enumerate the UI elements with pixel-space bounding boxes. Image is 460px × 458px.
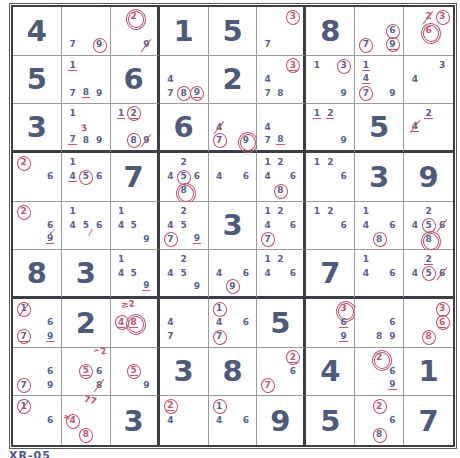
pencil-mark: 2 — [177, 253, 190, 266]
pencil-mark-grid: 478 — [257, 104, 303, 150]
pencil-mark: 2 — [324, 205, 337, 219]
pencil-mark: 4 — [359, 73, 372, 87]
pencil-mark: 7 — [164, 232, 177, 246]
pencil-mark: 5 — [79, 219, 92, 233]
given-digit: 6 — [160, 104, 208, 150]
given-digit: 5 — [355, 104, 403, 150]
pencil-mark: 2 — [422, 107, 436, 120]
cell-r2c7[interactable]: 139 — [306, 56, 355, 105]
pencil-mark: 1 — [66, 205, 79, 219]
cell-r3c6[interactable]: 478 — [257, 104, 306, 153]
pencil-mark: 6 — [287, 170, 300, 184]
pencil-mark: 9 — [190, 280, 203, 293]
cell-r4c7[interactable]: 126 — [306, 153, 355, 202]
given-digit: 7 — [404, 396, 453, 445]
pencil-mark-grid: 24568 — [160, 153, 208, 201]
pencil-mark: 8 — [373, 428, 386, 442]
cell-r8c3[interactable]: 59 — [111, 348, 160, 397]
cell-r3c1[interactable]: 3 — [13, 104, 62, 153]
pencil-mark: 1 — [66, 107, 79, 120]
cell-r7c2[interactable]: 2 — [62, 299, 111, 348]
cell-r3c2[interactable]: 17893 — [62, 104, 111, 153]
pencil-mark-grid: 1246 — [257, 250, 303, 296]
cell-r5c4[interactable]: 24579 — [160, 202, 209, 251]
annotation-scribble: 77 — [83, 395, 97, 407]
pencil-mark: 6 — [422, 24, 436, 38]
given-digit: 1 — [160, 7, 208, 55]
pencil-mark: 4 — [213, 267, 226, 280]
pencil-mark: 6 — [435, 219, 449, 233]
pencil-mark-grid: 1467 — [209, 299, 257, 347]
given-digit: 3 — [160, 348, 208, 396]
pencil-mark: 9 — [140, 232, 153, 246]
pencil-mark: 4 — [213, 316, 226, 330]
pencil-mark: 6 — [287, 365, 300, 379]
cell-r3c4[interactable]: 6 — [160, 104, 209, 153]
pencil-mark: 9 — [386, 38, 399, 52]
pencil-mark: 6 — [386, 24, 399, 38]
pencil-mark: 9 — [92, 134, 105, 147]
given-digit: 3 — [355, 153, 403, 201]
pencil-mark-grid: 3478 — [257, 56, 303, 104]
pencil-mark: 4 — [164, 170, 177, 184]
pencil-mark-grid: 679 — [13, 348, 61, 396]
pencil-mark-grid: 369 — [306, 299, 354, 347]
pencil-mark: 6 — [337, 219, 350, 233]
pencil-mark: 1 — [17, 399, 30, 413]
pencil-mark: 9 — [140, 134, 153, 147]
pencil-mark: 6 — [386, 365, 399, 379]
pencil-mark-grid: 267 — [257, 348, 303, 396]
cell-r5c6[interactable]: 12467 — [257, 202, 306, 251]
pencil-mark: 2 — [17, 156, 30, 170]
pencil-mark: 9 — [386, 378, 399, 392]
pencil-mark: 1 — [115, 205, 128, 219]
cell-r4c3[interactable]: 7 — [111, 153, 160, 202]
pencil-mark: 6 — [239, 170, 252, 184]
given-digit: 1 — [404, 348, 453, 396]
pencil-mark-grid: 1456/ — [62, 202, 110, 250]
pencil-mark: 9 — [44, 232, 57, 246]
pencil-mark: 2 — [373, 399, 386, 413]
pencil-mark: 1 — [359, 205, 372, 219]
pencil-mark: 6 — [190, 170, 203, 184]
given-digit: 7 — [111, 153, 157, 201]
given-digit: 5 — [306, 396, 354, 445]
cell-r7c9[interactable]: 368 — [404, 299, 453, 348]
pencil-mark: 4 — [408, 73, 422, 87]
pencil-mark: 6 — [239, 414, 252, 428]
cell-r8c4[interactable]: 3 — [160, 348, 209, 397]
pencil-mark: 9 — [140, 38, 153, 52]
pencil-mark: 6 — [239, 316, 252, 330]
pencil-mark-grid: 568^2 — [62, 348, 110, 396]
pencil-mark: 9 — [44, 330, 57, 344]
given-digit: 8 — [209, 348, 257, 396]
pencil-mark: 2 — [177, 205, 190, 219]
pencil-mark: 2 — [287, 351, 300, 365]
cell-r1c6[interactable]: 37 — [257, 7, 306, 56]
cell-r3c5[interactable]: 479 — [209, 104, 258, 153]
pencil-mark: 4 — [261, 267, 274, 280]
cell-r2c3[interactable]: 6 — [111, 56, 160, 105]
puzzle-id-label: XR-05 — [9, 449, 51, 458]
given-digit: 9 — [257, 396, 303, 445]
pencil-mark: 4 — [164, 219, 177, 233]
cell-r9c3[interactable]: 3 — [111, 396, 160, 445]
pencil-mark-grid: 236 — [404, 7, 453, 55]
pencil-mark: 9 — [190, 232, 203, 246]
pencil-mark: 5 — [127, 365, 140, 379]
pencil-mark: 9 — [337, 86, 350, 100]
pencil-mark: 1 — [261, 253, 274, 266]
pencil-mark: 4 — [408, 121, 422, 134]
annotation-scribble: ^2 — [92, 346, 107, 358]
pencil-mark: 5 — [79, 170, 92, 184]
cell-r7c6[interactable]: 5 — [257, 299, 306, 348]
cell-r4c8[interactable]: 3 — [355, 153, 404, 202]
pencil-mark-grid: 1459 — [111, 250, 157, 296]
cell-r7c3[interactable]: 48≥2 — [111, 299, 160, 348]
cell-r7c7[interactable]: 369 — [306, 299, 355, 348]
pencil-mark: 6 — [44, 365, 57, 379]
cell-r6c2[interactable]: 3 — [62, 250, 111, 299]
pencil-mark: 1 — [310, 156, 323, 170]
pencil-mark: 1 — [66, 156, 79, 170]
pencil-mark: 9 — [92, 38, 105, 52]
pencil-mark: 3 — [287, 59, 300, 73]
pencil-mark: 7 — [261, 232, 274, 246]
pencil-mark-grid: 12468 — [257, 153, 303, 201]
pencil-mark-grid: 47 — [160, 299, 208, 347]
pencil-mark: 4 — [261, 73, 274, 87]
pencil-mark: 3 — [337, 59, 350, 73]
given-digit: 7 — [306, 250, 354, 296]
pencil-mark: 7 — [17, 378, 30, 392]
pencil-mark: 4 — [359, 219, 372, 233]
given-digit: 5 — [13, 56, 61, 104]
pencil-mark-grid: 269✓ — [13, 202, 61, 250]
given-digit: 8 — [13, 250, 61, 296]
pencil-mark-grid: 1289 — [111, 104, 157, 150]
pencil-mark: 6 — [92, 219, 105, 233]
cell-r4c1[interactable]: 26 — [13, 153, 62, 202]
pencil-mark: 1 — [310, 59, 323, 73]
cell-r4c9[interactable]: 9 — [404, 153, 453, 202]
cell-r8c8[interactable]: 269 — [355, 348, 404, 397]
pencil-mark-grid: 4877= — [62, 396, 110, 445]
pencil-mark: 8 — [177, 86, 190, 100]
cell-r5c8[interactable]: 1468 — [355, 202, 404, 251]
cell-r9c5[interactable]: 146 — [209, 396, 258, 445]
pencil-mark: 5 — [127, 267, 140, 280]
pencil-mark: 8 — [92, 378, 105, 392]
cell-r6c3[interactable]: 1459 — [111, 250, 160, 299]
cell-r3c9[interactable]: 24 — [404, 104, 453, 153]
pencil-mark: 7 — [66, 134, 79, 147]
pencil-mark: 1 — [261, 205, 274, 219]
pencil-mark: 7 — [261, 38, 274, 52]
cell-r1c7[interactable]: 8 — [306, 7, 355, 56]
annotation-scribble: ≥2 — [120, 299, 135, 310]
pencil-mark: 7 — [66, 86, 79, 100]
pencil-mark-grid: 139 — [306, 56, 354, 104]
pencil-mark: 2 — [127, 107, 140, 120]
pencil-mark: 6 — [386, 267, 399, 280]
pencil-mark: 7 — [164, 86, 177, 100]
pencil-mark-grid: 689 — [355, 299, 403, 347]
pencil-mark: 1 — [359, 253, 372, 266]
pencil-mark: 8 — [274, 134, 287, 147]
pencil-mark: 6 — [337, 170, 350, 184]
pencil-mark: 7 — [213, 330, 226, 344]
cell-r6c1[interactable]: 8 — [13, 250, 62, 299]
pencil-mark: 3 — [337, 302, 350, 316]
pencil-mark: 1 — [359, 59, 372, 73]
pencil-mark: 4 — [164, 267, 177, 280]
given-digit: 4 — [306, 348, 354, 396]
pencil-mark: 5 — [422, 267, 436, 280]
pencil-mark: 6 — [44, 414, 57, 428]
cell-r5c5[interactable]: 3 — [209, 202, 258, 251]
pencil-mark: 4 — [261, 121, 274, 134]
cell-r1c1[interactable]: 4 — [13, 7, 62, 56]
cell-r2c8[interactable]: 1479 — [355, 56, 404, 105]
pencil-mark: 6 — [239, 267, 252, 280]
pencil-mark: 8 — [177, 184, 190, 198]
pencil-mark: 4 — [164, 316, 177, 330]
cell-r7c5[interactable]: 1467 — [209, 299, 258, 348]
cell-r3c3[interactable]: 1289 — [111, 104, 160, 153]
cell-r9c6[interactable]: 9 — [257, 396, 306, 445]
pencil-mark-grid: 2456 — [404, 250, 453, 296]
pencil-mark: 9 — [44, 378, 57, 392]
pencil-mark: 8 — [373, 330, 386, 344]
pencil-mark: 2 — [422, 10, 436, 24]
pencil-mark: 8 — [422, 330, 436, 344]
pencil-mark: 1 — [115, 253, 128, 266]
cell-r4c5[interactable]: 46 — [209, 153, 258, 202]
pencil-mark: 4 — [66, 414, 79, 428]
pencil-mark: 7 — [359, 38, 372, 52]
cell-r1c4[interactable]: 1 — [160, 7, 209, 56]
given-digit: 3 — [209, 202, 257, 250]
cell-r9c1[interactable]: 16 — [13, 396, 62, 445]
pencil-mark: 6 — [287, 219, 300, 233]
cell-r6c8[interactable]: 146 — [355, 250, 404, 299]
cell-r7c1[interactable]: 1679 — [13, 299, 62, 348]
pencil-mark: 2 — [422, 205, 436, 219]
cell-r2c5[interactable]: 2 — [209, 56, 258, 105]
pencil-mark: 3 — [435, 10, 449, 24]
cell-r7c4[interactable]: 47 — [160, 299, 209, 348]
pencil-mark-grid: 16 — [13, 396, 61, 445]
cell-r4c2[interactable]: 1456 — [62, 153, 111, 202]
pencil-mark: 6 — [386, 316, 399, 330]
pencil-mark: 4 — [261, 170, 274, 184]
pencil-mark: 2 — [17, 205, 30, 219]
given-digit: 5 — [257, 299, 303, 347]
pencil-mark-grid: 368 — [404, 299, 453, 347]
pencil-mark-grid: 24 — [404, 104, 453, 150]
cell-r2c9[interactable]: 34 — [404, 56, 453, 105]
cell-r9c9[interactable]: 7 — [404, 396, 453, 445]
cell-r8c5[interactable]: 8 — [209, 348, 258, 397]
pencil-mark-grid: 24579 — [160, 202, 208, 250]
pencil-mark: 4 — [213, 121, 226, 134]
cell-r3c7[interactable]: 129 — [306, 104, 355, 153]
cell-r3c8[interactable]: 5 — [355, 104, 404, 153]
cell-r7c8[interactable]: 689 — [355, 299, 404, 348]
pencil-mark: 2 — [127, 10, 140, 24]
cell-r6c6[interactable]: 1246 — [257, 250, 306, 299]
pencil-mark: 3 — [287, 10, 300, 24]
cell-r5c2[interactable]: 1456/ — [62, 202, 111, 251]
cell-r2c1[interactable]: 5 — [13, 56, 62, 105]
pencil-mark: 4 — [408, 219, 422, 233]
pencil-mark-grid: 26 — [13, 153, 61, 201]
pencil-mark-grid: 126 — [306, 202, 354, 250]
pencil-mark: 7 — [261, 134, 274, 147]
pencil-mark: 1 — [17, 302, 30, 316]
pencil-mark: 1 — [310, 107, 323, 120]
pencil-mark: 2 — [164, 399, 177, 413]
pencil-mark-grid: 34 — [404, 56, 453, 104]
pencil-mark: 1 — [66, 59, 79, 73]
cell-r1c5[interactable]: 5 — [209, 7, 258, 56]
pencil-mark: 7 — [213, 134, 226, 147]
pencil-mark: 6 — [287, 267, 300, 280]
pencil-mark-grid: 129 — [306, 104, 354, 150]
cell-r8c2[interactable]: 568^2 — [62, 348, 111, 397]
pencil-mark: 6 — [386, 219, 399, 233]
pencil-mark: 7 — [164, 330, 177, 344]
cell-r2c6[interactable]: 3478 — [257, 56, 306, 105]
pencil-mark: 4 — [66, 170, 79, 184]
cell-r1c3[interactable]: 29 — [111, 7, 160, 56]
cell-r6c4[interactable]: 2459 — [160, 250, 209, 299]
cell-r6c5[interactable]: 469 — [209, 250, 258, 299]
given-digit: 3 — [111, 396, 157, 445]
cell-r8c6[interactable]: 267 — [257, 348, 306, 397]
pencil-mark: 7 — [261, 378, 274, 392]
pencil-mark-grid: 17893 — [62, 104, 110, 150]
pencil-mark: 6 — [386, 414, 399, 428]
cell-r5c9[interactable]: 24568 — [404, 202, 453, 251]
pencil-mark: 9 — [140, 280, 153, 293]
pencil-mark: 2 — [274, 253, 287, 266]
given-digit: 2 — [62, 299, 110, 347]
cell-r5c3[interactable]: 1459 — [111, 202, 160, 251]
given-digit: 4 — [13, 7, 61, 55]
pencil-mark-grid: 1456 — [62, 153, 110, 201]
pencil-mark-grid: 37 — [257, 7, 303, 55]
pencil-mark-grid: 479 — [209, 104, 257, 150]
pencil-mark: 6 — [44, 219, 57, 233]
pencil-mark-grid: 1479 — [355, 56, 403, 104]
pencil-mark: 8 — [422, 232, 436, 246]
pencil-mark-grid: 2459 — [160, 250, 208, 296]
pencil-mark: 9 — [239, 134, 252, 147]
pencil-mark: 9 — [226, 280, 239, 293]
cell-r2c2[interactable]: 1789 — [62, 56, 111, 105]
pencil-mark: 2 — [373, 351, 386, 365]
pencil-mark: 1 — [115, 107, 128, 120]
cell-r9c7[interactable]: 5 — [306, 396, 355, 445]
pencil-mark-grid: 4789 — [160, 56, 208, 104]
pencil-mark: 9 — [386, 86, 399, 100]
pencil-mark: 2 — [274, 205, 287, 219]
pencil-mark-grid: 24 — [160, 396, 208, 445]
pencil-mark: 7 — [359, 86, 372, 100]
cell-r6c9[interactable]: 2456 — [404, 250, 453, 299]
pencil-mark: 7 — [66, 38, 79, 52]
pencil-mark-grid: 126 — [306, 153, 354, 201]
pencil-mark: 2 — [324, 107, 337, 120]
cell-r8c7[interactable]: 4 — [306, 348, 355, 397]
pencil-mark-grid: 679 — [355, 7, 403, 55]
cell-r1c8[interactable]: 679 — [355, 7, 404, 56]
pencil-mark-grid: 59 — [111, 348, 157, 396]
pencil-mark: 2 — [177, 156, 190, 170]
cell-r9c2[interactable]: 4877= — [62, 396, 111, 445]
pencil-mark-grid: 268 — [355, 396, 403, 445]
annotation-scribble: 3 — [80, 123, 88, 133]
pencil-mark: 8 — [127, 134, 140, 147]
pencil-mark: 6 — [44, 316, 57, 330]
pencil-mark-grid: 1459 — [111, 202, 157, 250]
cell-r8c9[interactable]: 1 — [404, 348, 453, 397]
pencil-mark: 9 — [386, 330, 399, 344]
cell-r9c8[interactable]: 268 — [355, 396, 404, 445]
pencil-mark: 6 — [435, 316, 449, 330]
pencil-mark: 9 — [337, 330, 350, 344]
cell-r4c4[interactable]: 24568 — [160, 153, 209, 202]
pencil-mark: 4 — [66, 219, 79, 233]
given-digit: 6 — [111, 56, 157, 104]
pencil-mark-grid: 12467 — [257, 202, 303, 250]
pencil-mark-grid: 29 — [111, 7, 157, 55]
pencil-mark: 3 — [435, 59, 449, 73]
pencil-mark-grid: 24568 — [404, 202, 453, 250]
cell-r9c4[interactable]: 24 — [160, 396, 209, 445]
pencil-mark: 8 — [127, 316, 140, 330]
cell-r1c2[interactable]: 79 — [62, 7, 111, 56]
pencil-mark: 7 — [17, 330, 30, 344]
pencil-mark: 4 — [359, 267, 372, 280]
pencil-mark: 6 — [44, 170, 57, 184]
pencil-mark-grid: 469 — [209, 250, 257, 296]
pencil-mark: 5 — [79, 365, 92, 379]
cell-r6c7[interactable]: 7 — [306, 250, 355, 299]
pencil-mark: 8 — [79, 134, 92, 147]
cell-r1c9[interactable]: 236 — [404, 7, 453, 56]
cell-r2c4[interactable]: 4789 — [160, 56, 209, 105]
pencil-mark: 4 — [164, 73, 177, 87]
cell-r4c6[interactable]: 12468 — [257, 153, 306, 202]
pencil-mark: 8 — [79, 86, 92, 100]
pencil-mark: 5 — [177, 219, 190, 233]
cell-r5c1[interactable]: 269✓ — [13, 202, 62, 251]
given-digit: 5 — [209, 7, 257, 55]
cell-r8c1[interactable]: 679 — [13, 348, 62, 397]
cell-r5c7[interactable]: 126 — [306, 202, 355, 251]
pencil-mark: 8 — [79, 428, 92, 442]
pencil-mark: 4 — [213, 414, 226, 428]
pencil-mark-grid: 46 — [209, 153, 257, 201]
pencil-mark: 8 — [274, 86, 287, 100]
pencil-mark: 7 — [261, 86, 274, 100]
